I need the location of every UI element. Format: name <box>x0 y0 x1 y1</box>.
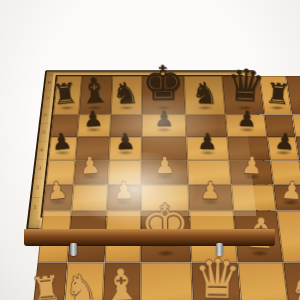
chess-board: 87654321 87654321 ABCDEFGH ♜♝♞♚♞♛♜♝♟♟♟♟♟… <box>26 70 273 230</box>
rank-label-left-3: 3 <box>32 159 46 178</box>
piece-light-pawn-d4[interactable]: ♟ <box>154 154 175 177</box>
piece-dark-pawn-a6[interactable]: ♟ <box>50 130 72 154</box>
rank-label-right-7: 7 <box>245 90 258 106</box>
piece-light-pawn-e3[interactable]: ♟ <box>200 179 221 203</box>
piece-light-pawn-c3[interactable]: ♟ <box>113 179 135 203</box>
hinge-pin-left <box>70 243 77 256</box>
piece-dark-pawn-b7[interactable]: ♟ <box>82 107 103 130</box>
piece-dark-pawn-g6[interactable]: ♟ <box>274 130 296 154</box>
piece-light-queen-e1[interactable]: ♛ <box>193 252 242 300</box>
rank-label-right-6: 6 <box>247 107 260 124</box>
square-b3[interactable] <box>71 185 107 211</box>
piece-dark-rook-g8[interactable]: ♜ <box>265 79 292 109</box>
rank-label-left-4: 4 <box>35 141 49 159</box>
rank-label-right-2: 2 <box>254 178 269 198</box>
piece-dark-pawn-d7[interactable]: ♟ <box>154 108 174 130</box>
square-d1[interactable] <box>141 263 194 300</box>
box-side-edge <box>24 229 275 246</box>
rank-label-left-1: 1 <box>28 197 43 217</box>
rank-label-right-5: 5 <box>248 123 262 140</box>
hinge-pin-right <box>216 243 223 256</box>
piece-light-bishop-c1[interactable]: ♝ <box>100 262 141 300</box>
piece-dark-bishop-b8[interactable]: ♝ <box>76 71 110 109</box>
piece-dark-knight-c8[interactable]: ♞ <box>112 77 140 108</box>
rank-label-left-6: 6 <box>39 107 52 124</box>
piece-dark-knight-e8[interactable]: ♞ <box>191 78 218 108</box>
rank-label-right-4: 4 <box>250 141 264 159</box>
piece-dark-pawn-e6[interactable]: ♟ <box>198 130 218 152</box>
piece-light-pawn-g3[interactable]: ♟ <box>280 178 300 203</box>
piece-light-knight-b1[interactable]: ♞ <box>64 268 100 300</box>
piece-light-pawn-b4[interactable]: ♟ <box>79 153 101 177</box>
piece-dark-king-d8[interactable]: ♚ <box>142 60 185 108</box>
piece-light-pawn-a3[interactable]: ♟ <box>45 178 68 204</box>
piece-light-knight-g1[interactable]: ♞ <box>289 268 300 300</box>
square-f1[interactable] <box>237 263 290 300</box>
rank-label-right-8: 8 <box>243 75 256 91</box>
rank-label-right-3: 3 <box>252 159 266 178</box>
piece-light-rook-a1[interactable]: ♜ <box>29 270 63 300</box>
rank-label-left-8: 8 <box>43 75 56 91</box>
board-grid: ♜♝♞♚♞♛♜♝♟♟♟♟♟♟♟♟♟♟♟♟♟♟♟♟♚♝♜♜♞♝♛♞ <box>40 75 258 218</box>
scene: 87654321 87654321 ABCDEFGH ♜♝♞♚♞♛♜♝♟♟♟♟♟… <box>0 0 300 300</box>
rank-label-left-7: 7 <box>41 90 54 106</box>
piece-dark-rook-a8[interactable]: ♜ <box>51 78 79 109</box>
rank-label-left-2: 2 <box>30 178 45 198</box>
rank-label-left-5: 5 <box>37 123 51 140</box>
piece-dark-pawn-c6[interactable]: ♟ <box>114 130 135 153</box>
